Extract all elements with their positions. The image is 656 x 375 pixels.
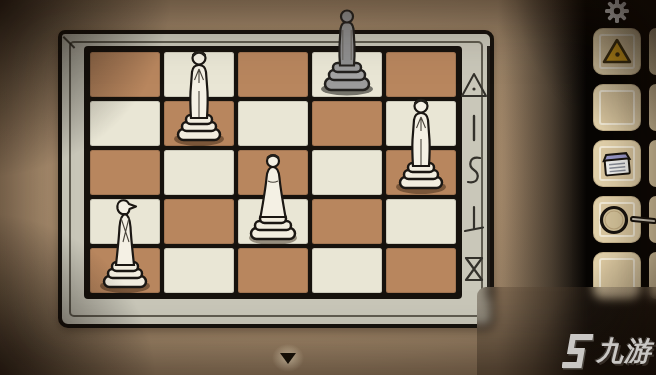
piece-woman-r4c3[interactable] [245, 151, 301, 246]
piece-man-r2c2[interactable] [171, 47, 227, 147]
cell-r1c3[interactable] [238, 52, 308, 97]
eye-triangle-hint-icon[interactable] [600, 35, 634, 69]
cell-r2c3[interactable] [238, 101, 308, 146]
inventory-slot-1[interactable] [593, 28, 641, 75]
cell-r2c4[interactable] [312, 101, 382, 146]
cell-r3c4[interactable] [312, 150, 382, 195]
notepad-icon[interactable] [600, 147, 634, 181]
inventory-slot-2[interactable] [593, 84, 641, 131]
inventory-slot-3[interactable] [593, 140, 641, 187]
navigate-down-arrow[interactable] [272, 344, 304, 372]
s-curve-symbol-icon [460, 155, 488, 187]
partial-slot-edge [649, 28, 656, 75]
piece-bird-r5c1[interactable] [97, 196, 153, 294]
cell-r2c1[interactable] [90, 101, 160, 146]
cell-r4c4[interactable] [312, 199, 382, 244]
vertical-line-symbol-icon [460, 114, 488, 142]
settings-gear-icon[interactable] [604, 0, 630, 24]
piece-man-r3c5[interactable] [393, 95, 449, 195]
symbol-rail [461, 46, 492, 299]
cell-r5c2[interactable] [164, 248, 234, 293]
watermark: 九游 [562, 331, 652, 371]
cell-r3c2[interactable] [164, 150, 234, 195]
hourglass-symbol-icon [460, 255, 488, 283]
partial-slot-edge [649, 140, 656, 187]
cell-r1c1[interactable] [90, 52, 160, 97]
cell-r3c1[interactable] [90, 150, 160, 195]
cell-r1c5[interactable] [386, 52, 456, 97]
watermark-text: 九游 [596, 333, 652, 369]
inventory-slot-frame [599, 90, 635, 125]
game-room-view: 九游 [0, 0, 656, 375]
cell-r4c2[interactable] [164, 199, 234, 244]
cell-r5c5[interactable] [386, 248, 456, 293]
cell-r5c3[interactable] [238, 248, 308, 293]
9game-logo-icon [562, 331, 594, 371]
cell-r5c4[interactable] [312, 248, 382, 293]
cell-r4c5[interactable] [386, 199, 456, 244]
triangle-dot-symbol-icon [460, 71, 488, 99]
down-arrow-icon [280, 353, 296, 364]
piece-darkman-r1c4[interactable] [319, 8, 375, 96]
up-tack-symbol-icon [460, 205, 488, 235]
partial-slot-edge [649, 84, 656, 131]
